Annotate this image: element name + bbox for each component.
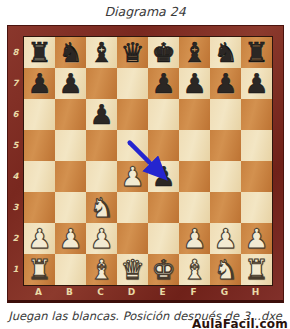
file-label-a: A xyxy=(23,284,54,300)
file-label-f: F xyxy=(178,284,209,300)
white-king-e1: ♚ xyxy=(148,254,179,285)
square-a3 xyxy=(24,192,55,223)
square-a1: ♜ xyxy=(24,254,55,285)
square-c5 xyxy=(86,130,117,161)
square-f1: ♝ xyxy=(179,254,210,285)
rank-label-4: 4 xyxy=(8,160,23,191)
white-knight-g1: ♞ xyxy=(210,254,241,285)
black-king-e8: ♚ xyxy=(148,37,179,68)
square-e1: ♚ xyxy=(148,254,179,285)
rank-label-7: 7 xyxy=(8,67,23,98)
square-c7 xyxy=(86,68,117,99)
black-rook-a8: ♜ xyxy=(24,37,55,68)
square-a5 xyxy=(24,130,55,161)
square-a8: ♜ xyxy=(24,37,55,68)
square-b5 xyxy=(55,130,86,161)
white-pawn-h2: ♟ xyxy=(241,223,272,254)
black-pawn-h7: ♟ xyxy=(241,68,272,99)
rank-labels: 87654321 xyxy=(8,36,23,284)
square-h6 xyxy=(241,99,272,130)
square-g7: ♟ xyxy=(210,68,241,99)
square-d5 xyxy=(117,130,148,161)
board-grid: ♜♞♝♛♚♝♞♜♟♟♟♟♟♟♟♟♟♞♟♟♟♟♟♟♜♝♛♚♝♞♜ xyxy=(24,37,272,285)
square-g5 xyxy=(210,130,241,161)
square-d1: ♛ xyxy=(117,254,148,285)
black-knight-b8: ♞ xyxy=(55,37,86,68)
square-g8: ♞ xyxy=(210,37,241,68)
square-e8: ♚ xyxy=(148,37,179,68)
square-g2: ♟ xyxy=(210,223,241,254)
caption-row: Juegan las blancas. Posición después de … xyxy=(0,305,290,329)
white-queen-d1: ♛ xyxy=(117,254,148,285)
square-h8: ♜ xyxy=(241,37,272,68)
square-b1 xyxy=(55,254,86,285)
black-bishop-f8: ♝ xyxy=(179,37,210,68)
square-c2: ♟ xyxy=(86,223,117,254)
file-label-g: G xyxy=(209,284,240,300)
file-label-e: E xyxy=(147,284,178,300)
square-f7: ♟ xyxy=(179,68,210,99)
rank-label-5: 5 xyxy=(8,129,23,160)
square-g3 xyxy=(210,192,241,223)
square-a6 xyxy=(24,99,55,130)
black-pawn-e4: ♟ xyxy=(148,161,179,192)
square-h1: ♜ xyxy=(241,254,272,285)
square-b7: ♟ xyxy=(55,68,86,99)
square-e5 xyxy=(148,130,179,161)
square-e7: ♟ xyxy=(148,68,179,99)
square-e3 xyxy=(148,192,179,223)
square-c1: ♝ xyxy=(86,254,117,285)
square-b2: ♟ xyxy=(55,223,86,254)
diagram-page: Diagrama 24 87654321 ABCDEFGH ♜♞♝♛♚♝♞♜♟♟… xyxy=(0,0,290,329)
board-frame: 87654321 ABCDEFGH ♜♞♝♛♚♝♞♜♟♟♟♟♟♟♟♟♟♞♟♟♟♟… xyxy=(7,25,284,303)
file-labels: ABCDEFGH xyxy=(23,284,271,300)
black-queen-d8: ♛ xyxy=(117,37,148,68)
file-label-c: C xyxy=(85,284,116,300)
square-h2: ♟ xyxy=(241,223,272,254)
square-b8: ♞ xyxy=(55,37,86,68)
square-b4 xyxy=(55,161,86,192)
square-d6 xyxy=(117,99,148,130)
white-rook-h1: ♜ xyxy=(241,254,272,285)
white-bishop-f1: ♝ xyxy=(179,254,210,285)
square-g1: ♞ xyxy=(210,254,241,285)
white-pawn-c2: ♟ xyxy=(86,223,117,254)
square-d3 xyxy=(117,192,148,223)
square-f2: ♟ xyxy=(179,223,210,254)
black-pawn-f7: ♟ xyxy=(179,68,210,99)
square-a4 xyxy=(24,161,55,192)
black-pawn-a7: ♟ xyxy=(24,68,55,99)
diagram-title: Diagrama 24 xyxy=(0,0,290,22)
rank-label-3: 3 xyxy=(8,191,23,222)
file-label-b: B xyxy=(54,284,85,300)
white-pawn-d4: ♟ xyxy=(117,161,148,192)
black-pawn-e7: ♟ xyxy=(148,68,179,99)
square-f4 xyxy=(179,161,210,192)
file-label-h: H xyxy=(240,284,271,300)
white-bishop-c1: ♝ xyxy=(86,254,117,285)
square-b3 xyxy=(55,192,86,223)
square-b6 xyxy=(55,99,86,130)
black-bishop-c8: ♝ xyxy=(86,37,117,68)
square-d7 xyxy=(117,68,148,99)
black-knight-g8: ♞ xyxy=(210,37,241,68)
square-c6: ♟ xyxy=(86,99,117,130)
square-d8: ♛ xyxy=(117,37,148,68)
rank-label-6: 6 xyxy=(8,98,23,129)
black-rook-h8: ♜ xyxy=(241,37,272,68)
square-d4: ♟ xyxy=(117,161,148,192)
square-h5 xyxy=(241,130,272,161)
black-pawn-b7: ♟ xyxy=(55,68,86,99)
white-pawn-b2: ♟ xyxy=(55,223,86,254)
square-h3 xyxy=(241,192,272,223)
white-knight-c3: ♞ xyxy=(86,192,117,223)
square-g4 xyxy=(210,161,241,192)
white-pawn-g2: ♟ xyxy=(210,223,241,254)
square-h4 xyxy=(241,161,272,192)
white-pawn-a2: ♟ xyxy=(24,223,55,254)
square-f3 xyxy=(179,192,210,223)
square-f6 xyxy=(179,99,210,130)
chess-board: ♜♞♝♛♚♝♞♜♟♟♟♟♟♟♟♟♟♞♟♟♟♟♟♟♜♝♛♚♝♞♜ xyxy=(23,36,273,286)
square-a7: ♟ xyxy=(24,68,55,99)
white-rook-a1: ♜ xyxy=(24,254,55,285)
square-h7: ♟ xyxy=(241,68,272,99)
square-d2 xyxy=(117,223,148,254)
square-c4 xyxy=(86,161,117,192)
square-f5 xyxy=(179,130,210,161)
square-e6 xyxy=(148,99,179,130)
black-pawn-g7: ♟ xyxy=(210,68,241,99)
rank-label-8: 8 xyxy=(8,36,23,67)
black-pawn-c6: ♟ xyxy=(86,99,117,130)
file-label-d: D xyxy=(116,284,147,300)
square-g6 xyxy=(210,99,241,130)
square-e2 xyxy=(148,223,179,254)
square-c8: ♝ xyxy=(86,37,117,68)
square-c3: ♞ xyxy=(86,192,117,223)
square-e4: ♟ xyxy=(148,161,179,192)
rank-label-2: 2 xyxy=(8,222,23,253)
square-a2: ♟ xyxy=(24,223,55,254)
rank-label-1: 1 xyxy=(8,253,23,284)
square-f8: ♝ xyxy=(179,37,210,68)
white-pawn-f2: ♟ xyxy=(179,223,210,254)
watermark-text: AulaFacil.com xyxy=(192,317,288,329)
